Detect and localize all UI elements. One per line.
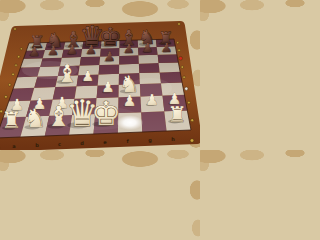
piece-black-pawn-f7[interactable]: ♟ xyxy=(123,41,134,56)
piece-white-king-e1[interactable]: ♚ xyxy=(91,94,121,133)
file-label-a: a xyxy=(12,143,15,149)
piece-black-pawn-d7[interactable]: ♟ xyxy=(85,42,96,57)
chess-game-screenshot: { "game": { "name": "chess", "title": "3… xyxy=(0,0,200,150)
piece-black-pawn-h7[interactable]: ♟ xyxy=(161,40,172,55)
piece-black-pawn-b7[interactable]: ♟ xyxy=(48,43,59,58)
piece-black-pawn-c7[interactable]: ♟ xyxy=(66,42,77,57)
brass-nail-right-rank2 xyxy=(188,101,191,104)
piece-white-rook-h1[interactable]: ♜ xyxy=(167,102,187,127)
file-label-e: e xyxy=(103,139,107,145)
piece-white-bishop-c4[interactable]: ♝ xyxy=(56,60,78,88)
brass-nail-right-rank5 xyxy=(181,66,184,69)
brass-nail-left-rank7 xyxy=(18,56,20,58)
file-label-g: g xyxy=(148,137,152,144)
brass-nail-right-rank4 xyxy=(183,76,186,79)
brass-nail-left-rank3 xyxy=(5,95,8,98)
brass-nail-left-rank6 xyxy=(15,64,17,66)
brass-nail-left-rank8 xyxy=(20,48,22,50)
brass-nail-right-rank7 xyxy=(178,49,180,51)
corner-screw-4 xyxy=(14,28,17,31)
piece-white-pawn-d4[interactable]: ♟ xyxy=(82,68,95,84)
corner-screw-3 xyxy=(178,23,181,26)
piece-white-pawn-f2[interactable]: ♟ xyxy=(123,92,137,110)
file-label-b: b xyxy=(35,142,39,148)
brass-nail-left-rank5 xyxy=(12,73,15,76)
red-indicator-dot xyxy=(179,56,183,60)
brass-nail-right-rank8 xyxy=(177,42,179,44)
piece-black-pawn-g7[interactable]: ♟ xyxy=(142,40,153,55)
piece-white-pawn-g2[interactable]: ♟ xyxy=(145,91,159,109)
silver-indicator-dot xyxy=(185,87,188,90)
brass-nail-left-rank4 xyxy=(8,84,11,87)
file-label-c: c xyxy=(58,141,61,147)
corner-screw-2 xyxy=(190,139,194,143)
chessboard-3d[interactable]: 3D Chess - game in progress abcdefgh♜♞♝♛… xyxy=(0,0,200,150)
piece-black-pawn-e6[interactable]: ♟ xyxy=(104,49,116,64)
brass-nail-right-rank1 xyxy=(191,119,194,122)
piece-white-knight-b1[interactable]: ♞ xyxy=(24,103,47,133)
file-label-d: d xyxy=(80,140,84,146)
piece-black-pawn-a7[interactable]: ♟ xyxy=(29,44,40,59)
file-label-h: h xyxy=(171,136,175,142)
piece-white-rook-a1[interactable]: ♜ xyxy=(1,107,21,133)
